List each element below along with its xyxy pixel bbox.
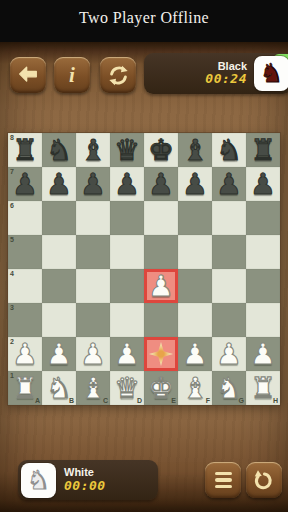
piece-white-bishop: ♝ bbox=[182, 371, 208, 405]
square-g3[interactable] bbox=[212, 303, 246, 337]
square-g5[interactable] bbox=[212, 235, 246, 269]
square-e6[interactable] bbox=[144, 201, 178, 235]
rank-label: 6 bbox=[10, 202, 14, 209]
square-a2[interactable]: 2♟ bbox=[8, 337, 42, 371]
square-f3[interactable] bbox=[178, 303, 212, 337]
square-g2[interactable]: ♟ bbox=[212, 337, 246, 371]
piece-white-rook: ♜ bbox=[12, 371, 38, 405]
info-icon: i bbox=[69, 65, 75, 86]
square-c4[interactable] bbox=[76, 269, 110, 303]
square-e1[interactable]: E♚ bbox=[144, 371, 178, 405]
piece-white-pawn: ♟ bbox=[114, 337, 140, 371]
piece-white-pawn: ♟ bbox=[12, 337, 38, 371]
square-g6[interactable] bbox=[212, 201, 246, 235]
undo-arrow-icon bbox=[253, 469, 276, 492]
black-knight-icon: ♞ bbox=[260, 56, 283, 91]
piece-black-pawn: ♟ bbox=[12, 167, 38, 201]
square-a6[interactable]: 6 bbox=[8, 201, 42, 235]
piece-black-pawn: ♟ bbox=[46, 167, 72, 201]
chess-board: 8♜♞♝♛♚♝♞♜7♟♟♟♟♟♟♟♟654♟32♟♟♟♟♟♟♟1A♜B♞C♝D♛… bbox=[8, 133, 280, 405]
square-e4[interactable]: ♟ bbox=[144, 269, 178, 303]
square-b4[interactable] bbox=[42, 269, 76, 303]
black-player-info: Black 00:24 bbox=[152, 60, 247, 88]
square-d8[interactable]: ♛ bbox=[110, 133, 144, 167]
piece-white-pawn: ♟ bbox=[148, 269, 174, 303]
square-f1[interactable]: F♝ bbox=[178, 371, 212, 405]
rotate-arrows-icon bbox=[107, 64, 130, 87]
square-f2[interactable]: ♟ bbox=[178, 337, 212, 371]
square-c3[interactable] bbox=[76, 303, 110, 337]
square-g7[interactable]: ♟ bbox=[212, 167, 246, 201]
square-e8[interactable]: ♚ bbox=[144, 133, 178, 167]
square-b1[interactable]: B♞ bbox=[42, 371, 76, 405]
menu-button[interactable] bbox=[205, 462, 241, 498]
piece-black-pawn: ♟ bbox=[114, 167, 140, 201]
square-f4[interactable] bbox=[178, 269, 212, 303]
square-a5[interactable]: 5 bbox=[8, 235, 42, 269]
piece-white-pawn: ♟ bbox=[80, 337, 106, 371]
piece-black-bishop: ♝ bbox=[182, 133, 208, 167]
square-a8[interactable]: 8♜ bbox=[8, 133, 42, 167]
piece-white-bishop: ♝ bbox=[80, 371, 106, 405]
white-player-panel: ♞ White 00:00 bbox=[18, 460, 158, 500]
piece-black-pawn: ♟ bbox=[148, 167, 174, 201]
square-h7[interactable]: ♟ bbox=[246, 167, 280, 201]
piece-black-king: ♚ bbox=[148, 133, 174, 167]
black-player-avatar: ♞ bbox=[254, 56, 288, 91]
square-c2[interactable]: ♟ bbox=[76, 337, 110, 371]
rank-label: 3 bbox=[10, 304, 14, 311]
square-c7[interactable]: ♟ bbox=[76, 167, 110, 201]
square-f5[interactable] bbox=[178, 235, 212, 269]
app-screen: Two Player Offline i Black 00:24 ♞ bbox=[0, 0, 288, 512]
square-d3[interactable] bbox=[110, 303, 144, 337]
piece-black-queen: ♛ bbox=[114, 133, 140, 167]
piece-white-pawn: ♟ bbox=[250, 337, 276, 371]
square-f8[interactable]: ♝ bbox=[178, 133, 212, 167]
square-b3[interactable] bbox=[42, 303, 76, 337]
piece-white-pawn: ♟ bbox=[182, 337, 208, 371]
square-h8[interactable]: ♜ bbox=[246, 133, 280, 167]
white-player-name: White bbox=[64, 466, 152, 479]
piece-white-pawn: ♟ bbox=[216, 337, 242, 371]
square-b6[interactable] bbox=[42, 201, 76, 235]
piece-white-pawn: ♟ bbox=[46, 337, 72, 371]
piece-white-knight: ♞ bbox=[216, 371, 242, 405]
square-g4[interactable] bbox=[212, 269, 246, 303]
flip-board-button[interactable] bbox=[100, 57, 136, 93]
square-e3[interactable] bbox=[144, 303, 178, 337]
piece-white-king: ♚ bbox=[148, 371, 174, 405]
black-avatar-frame: ♞ bbox=[254, 56, 288, 91]
square-e5[interactable] bbox=[144, 235, 178, 269]
rank-label: 4 bbox=[10, 270, 14, 277]
black-player-timer: 00:24 bbox=[152, 72, 247, 87]
square-d7[interactable]: ♟ bbox=[110, 167, 144, 201]
square-c1[interactable]: C♝ bbox=[76, 371, 110, 405]
square-c8[interactable]: ♝ bbox=[76, 133, 110, 167]
piece-black-knight: ♞ bbox=[46, 133, 72, 167]
square-h2[interactable]: ♟ bbox=[246, 337, 280, 371]
white-knight-icon: ♞ bbox=[27, 463, 50, 498]
rank-label: 5 bbox=[10, 236, 14, 243]
piece-black-rook: ♜ bbox=[250, 133, 276, 167]
piece-black-pawn: ♟ bbox=[182, 167, 208, 201]
piece-black-pawn: ♟ bbox=[80, 167, 106, 201]
undo-button[interactable] bbox=[246, 462, 282, 498]
square-g8[interactable]: ♞ bbox=[212, 133, 246, 167]
square-h6[interactable] bbox=[246, 201, 280, 235]
page-title: Two Player Offline bbox=[79, 9, 209, 33]
square-h3[interactable] bbox=[246, 303, 280, 337]
square-d4[interactable] bbox=[110, 269, 144, 303]
square-a4[interactable]: 4 bbox=[8, 269, 42, 303]
square-b8[interactable]: ♞ bbox=[42, 133, 76, 167]
piece-white-queen: ♛ bbox=[114, 371, 140, 405]
piece-white-knight: ♞ bbox=[46, 371, 72, 405]
piece-white-rook: ♜ bbox=[250, 371, 276, 405]
square-g1[interactable]: G♞ bbox=[212, 371, 246, 405]
piece-black-bishop: ♝ bbox=[80, 133, 106, 167]
hamburger-icon bbox=[215, 472, 232, 488]
square-h1[interactable]: H♜ bbox=[246, 371, 280, 405]
white-avatar-frame: ♞ bbox=[21, 463, 56, 498]
square-d6[interactable] bbox=[110, 201, 144, 235]
square-c5[interactable] bbox=[76, 235, 110, 269]
square-f7[interactable]: ♟ bbox=[178, 167, 212, 201]
move-from-indicator bbox=[149, 342, 173, 366]
square-a7[interactable]: 7♟ bbox=[8, 167, 42, 201]
square-h4[interactable] bbox=[246, 269, 280, 303]
square-f6[interactable] bbox=[178, 201, 212, 235]
square-b7[interactable]: ♟ bbox=[42, 167, 76, 201]
square-d2[interactable]: ♟ bbox=[110, 337, 144, 371]
square-d1[interactable]: D♛ bbox=[110, 371, 144, 405]
square-h5[interactable] bbox=[246, 235, 280, 269]
square-b5[interactable] bbox=[42, 235, 76, 269]
square-b2[interactable]: ♟ bbox=[42, 337, 76, 371]
square-d5[interactable] bbox=[110, 235, 144, 269]
title-bar: Two Player Offline bbox=[0, 0, 288, 42]
piece-black-pawn: ♟ bbox=[250, 167, 276, 201]
piece-black-rook: ♜ bbox=[12, 133, 38, 167]
info-button[interactable]: i bbox=[54, 57, 90, 93]
black-player-panel: Black 00:24 ♞ bbox=[144, 53, 288, 94]
piece-black-knight: ♞ bbox=[216, 133, 242, 167]
square-a1[interactable]: 1A♜ bbox=[8, 371, 42, 405]
piece-black-pawn: ♟ bbox=[216, 167, 242, 201]
square-e2[interactable] bbox=[144, 337, 178, 371]
white-player-timer: 00:00 bbox=[64, 479, 152, 494]
back-arrow-icon bbox=[17, 64, 39, 86]
back-button[interactable] bbox=[10, 57, 46, 93]
square-a3[interactable]: 3 bbox=[8, 303, 42, 337]
square-e7[interactable]: ♟ bbox=[144, 167, 178, 201]
square-c6[interactable] bbox=[76, 201, 110, 235]
white-player-avatar: ♞ bbox=[21, 463, 56, 498]
white-player-info: White 00:00 bbox=[64, 466, 152, 494]
